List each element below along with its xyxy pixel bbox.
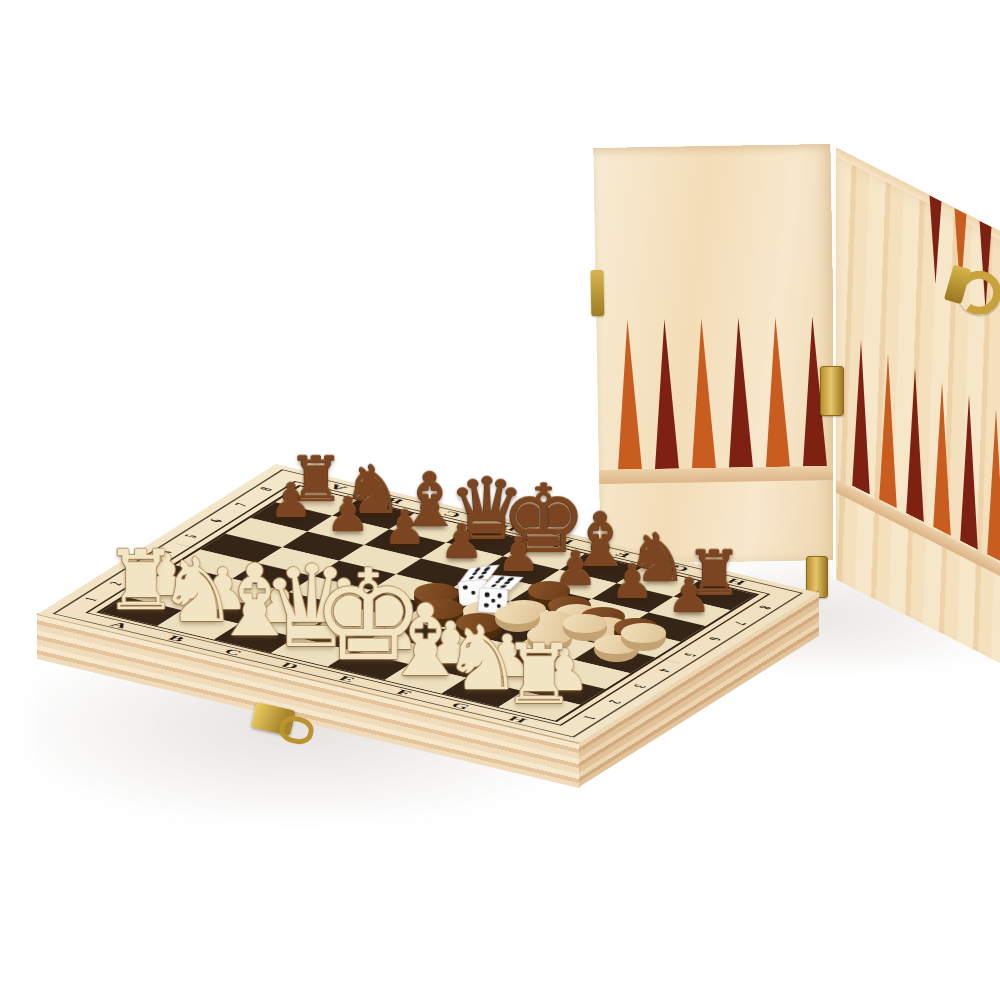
backgammon-point-maroon (904, 362, 926, 523)
backgammon-point-orange (931, 376, 953, 537)
backgammon-point-maroon (850, 335, 872, 496)
backgammon-point-maroon (723, 317, 756, 468)
backgammon-point-orange (877, 348, 899, 509)
backgammon-point-orange (686, 318, 719, 469)
product-photo-stage: AABBCCDDEEFFGGHH1122334455667788 ♜♞♝♛♚♝♞… (0, 0, 1000, 1000)
backgammon-right-panel (833, 146, 1000, 681)
backgammon-point-orange (760, 317, 793, 468)
backgammon-left-panel (593, 144, 837, 564)
backgammon-point-orange (985, 403, 1000, 564)
case-catch-plate-icon (591, 270, 605, 316)
backgammon-point-maroon (649, 319, 682, 470)
clasp-hook-icon (277, 713, 316, 747)
backgammon-point-maroon (958, 390, 980, 551)
backgammon-point-maroon (928, 194, 943, 288)
backgammon-points-left (612, 316, 830, 470)
case-frame-strip (599, 466, 836, 484)
backgammon-point-orange (612, 319, 645, 470)
brass-hinge-icon (820, 366, 844, 416)
